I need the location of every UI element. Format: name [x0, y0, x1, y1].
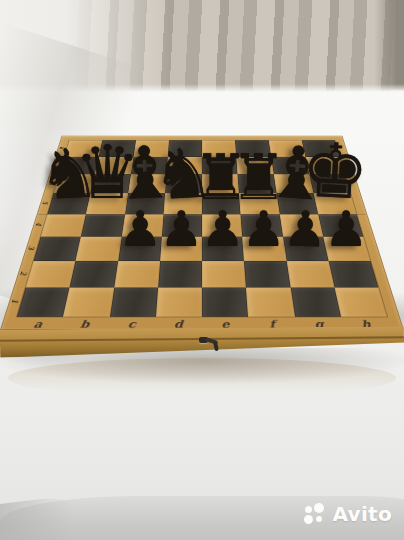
- square-f2: [244, 261, 290, 288]
- piece-black-pawn-e3: ♟: [201, 205, 245, 254]
- rank-label-1: 1: [9, 296, 21, 305]
- piece-black-pawn-d3: ♟: [159, 205, 203, 254]
- square-e1: [202, 287, 248, 316]
- curtain-dark-corner: [374, 0, 404, 90]
- square-d2: [158, 261, 202, 288]
- square-a4: [41, 214, 86, 236]
- square-c2: [114, 261, 160, 288]
- watermark-label: Avito: [333, 502, 392, 526]
- square-d1: [156, 287, 202, 316]
- square-b2: [70, 261, 118, 288]
- rank-label-4: 4: [33, 221, 43, 228]
- square-b1: [63, 287, 114, 316]
- square-f1: [246, 287, 294, 316]
- piece-black-pawn-g3: ♟: [282, 205, 328, 256]
- piece-black-pawn-c3: ♟: [118, 205, 162, 254]
- square-h1: [334, 287, 387, 316]
- rank-label-2: 2: [18, 269, 30, 277]
- square-a2: [26, 261, 76, 288]
- square-g1: [290, 287, 341, 316]
- piece-black-pawn-h3: ♟: [324, 205, 368, 254]
- avito-watermark: Avito: [304, 502, 392, 526]
- square-a3: [34, 236, 82, 260]
- square-e2: [202, 261, 246, 288]
- file-label-c: c: [108, 318, 156, 330]
- file-label-d: d: [155, 318, 202, 330]
- file-label-a: a: [13, 318, 63, 330]
- square-h2: [328, 261, 378, 288]
- square-b3: [76, 236, 122, 260]
- square-c1: [109, 287, 157, 316]
- rank-label-3: 3: [26, 244, 37, 251]
- piece-black-pawn-f3: ♟: [242, 205, 286, 254]
- file-label-b: b: [60, 318, 109, 330]
- board-table-reflection: [8, 358, 396, 398]
- avito-logo-icon: [304, 503, 326, 525]
- listing-photo: abcdefgh 87654321 ♞♛♝♞♜♜♝♚♟♟♟♟♟♟ Avito: [0, 0, 404, 540]
- piece-black-king-h5: ♚: [299, 132, 370, 210]
- square-g2: [286, 261, 334, 288]
- square-a1: [17, 287, 70, 316]
